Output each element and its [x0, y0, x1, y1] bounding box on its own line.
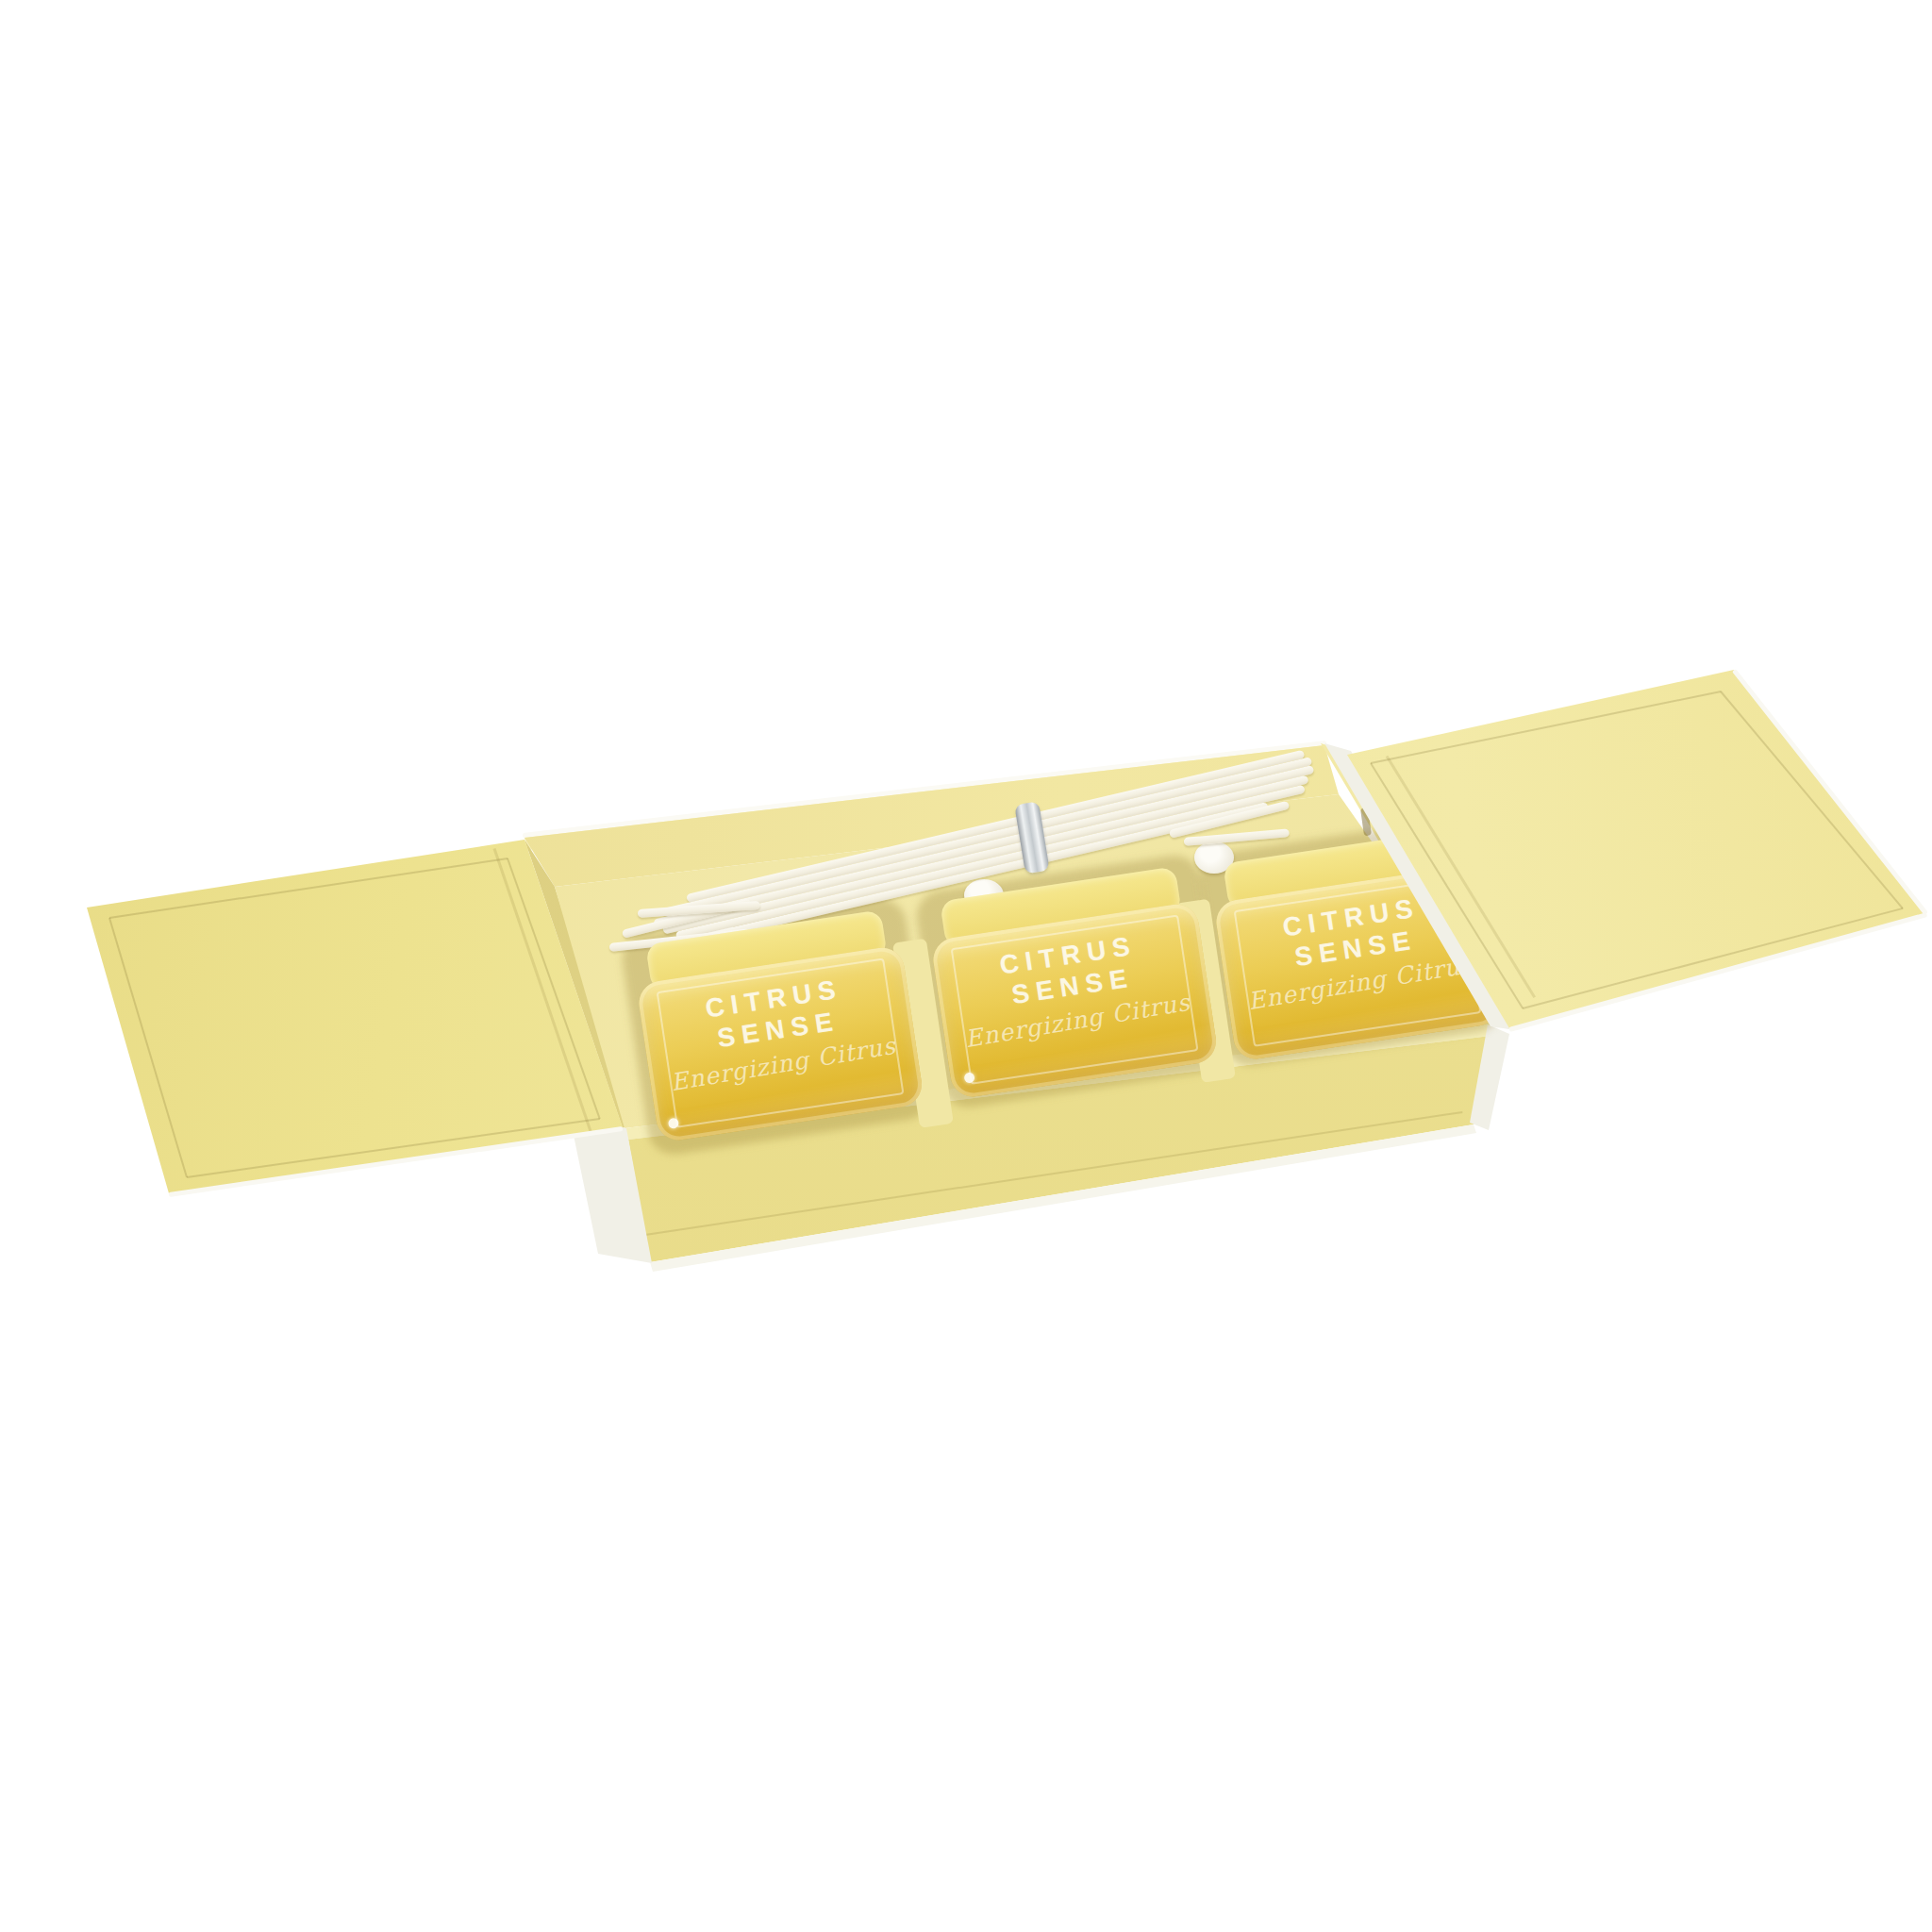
diffuser-bottle-left: CITRUSSENSE Energizing Citrus	[630, 906, 928, 1169]
flap-seam-line	[1523, 908, 1904, 1009]
flap-seam-line	[1720, 691, 1903, 908]
diffuser-bottle-middle: CITRUSSENSE Energizing Citrus	[924, 862, 1223, 1125]
flap-seam-line	[109, 858, 508, 919]
flap-seam-line	[187, 1118, 600, 1178]
flap-seam-line	[108, 918, 188, 1178]
product-photo-stage: CITRUSSENSE Energizing Citrus CITRUSSENS…	[0, 0, 1932, 1932]
flap-seam-line	[1371, 691, 1722, 764]
